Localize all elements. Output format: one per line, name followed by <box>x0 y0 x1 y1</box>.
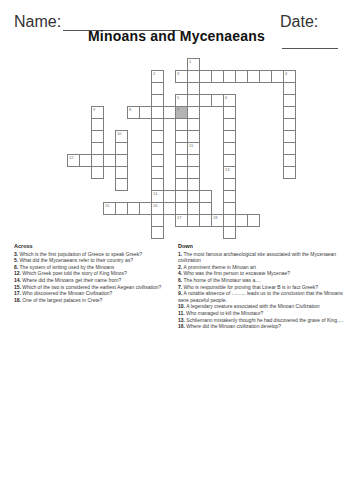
clue-item: 13. Schliemann mistakenly thought he had… <box>178 317 344 324</box>
clue-number: 9 <box>93 107 95 112</box>
clue-item: 17. Who discovered the Minoan Civilisati… <box>14 290 174 297</box>
clue-number: 18 <box>213 215 217 220</box>
clue-number: 14 <box>153 191 157 196</box>
clue-item: 7. Who is responsible for proving that L… <box>178 284 344 291</box>
clue-item: 6. The home of the Minotaur was a.... <box>178 277 344 284</box>
down-list: 1. The most famous archaeological site a… <box>178 251 344 330</box>
crossword-cell[interactable] <box>151 226 164 239</box>
page-title: Minoans and Mycenaeans <box>0 28 353 44</box>
clue-item: 14. Where did the Minoans get their name… <box>14 277 174 284</box>
clue-item: 2. A prominent theme in Minoan art <box>178 264 344 271</box>
across-list: 3. Which is the first population of Gree… <box>14 251 174 304</box>
clue-item: 9. A notable absence of .......... leads… <box>178 290 344 303</box>
crossword-cell[interactable] <box>115 178 128 191</box>
clue-item: 4. Who was the first person to excavate … <box>178 270 344 277</box>
clue-number: 5 <box>177 95 179 100</box>
clue-item: 1. The most famous archaeological site a… <box>178 251 344 264</box>
across-header: Across <box>14 243 174 250</box>
clue-number: 13 <box>225 167 229 172</box>
clue-number: 12 <box>69 155 73 160</box>
crossword-cell[interactable] <box>283 166 296 179</box>
clue-number: 8 <box>129 107 131 112</box>
crossword-cell[interactable] <box>223 226 236 239</box>
crossword-cell[interactable] <box>91 166 104 179</box>
clue-item: 5. What did the Mycenaeans refer to thei… <box>14 257 174 264</box>
clue-number: 6 <box>225 95 227 100</box>
clue-item: 3. Which is the first population of Gree… <box>14 251 174 258</box>
clue-item: 15. Which of the two is considered the e… <box>14 284 174 291</box>
crossword-cell[interactable] <box>247 214 260 227</box>
clue-number: 2 <box>153 71 155 76</box>
clue-number: 11 <box>189 143 193 148</box>
across-clues: Across 3. Which is the first population … <box>14 243 174 303</box>
clue-item: 8. The system of writing used by the Min… <box>14 264 174 271</box>
clue-number: 17 <box>177 215 181 220</box>
clue-item: 12. Which Greek poet told the story of K… <box>14 270 174 277</box>
down-header: Down <box>178 243 344 250</box>
clue-number: 10 <box>117 131 121 136</box>
clue-number: 15 <box>105 203 109 208</box>
clue-number: 1 <box>189 59 191 64</box>
clue-item: 18. One of the largest palaces in Crete? <box>14 297 174 304</box>
clue-number: 16 <box>153 203 157 208</box>
crossword-grid: 123456987101112131415161718 <box>67 58 297 240</box>
clue-item: 16. Where did the Minoan civilization de… <box>178 323 344 330</box>
worksheet-page: Name: Date: Minoans and Mycenaeans 12345… <box>0 0 353 500</box>
clue-item: 10. A legendary creature associated with… <box>178 303 344 310</box>
down-clues: Down 1. The most famous archaeological s… <box>178 243 344 330</box>
clue-number: 4 <box>285 71 287 76</box>
clue-number: 3 <box>177 71 179 76</box>
clue-number: 7 <box>177 107 179 112</box>
clue-item: 11. Who managed to kill the Minotaur? <box>178 310 344 317</box>
